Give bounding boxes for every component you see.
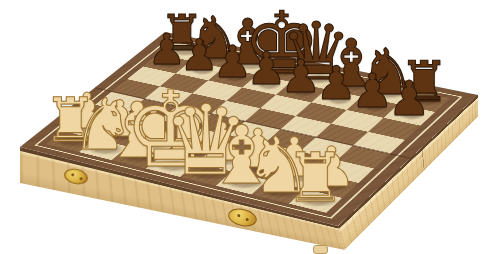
board-foot [313, 245, 328, 254]
piece-black-pawn[interactable]: ♟ [388, 75, 431, 123]
fold-seam-side [422, 147, 425, 170]
piece-white-rook[interactable]: ♜ [285, 144, 346, 212]
chess-set-photo: ♜♞♝♚♛♝♞♜♟♟♟♟♟♟♟♟♟♟♟♟♟♟♟♟♜♞♝♚♛♝♞♜ [0, 0, 500, 254]
